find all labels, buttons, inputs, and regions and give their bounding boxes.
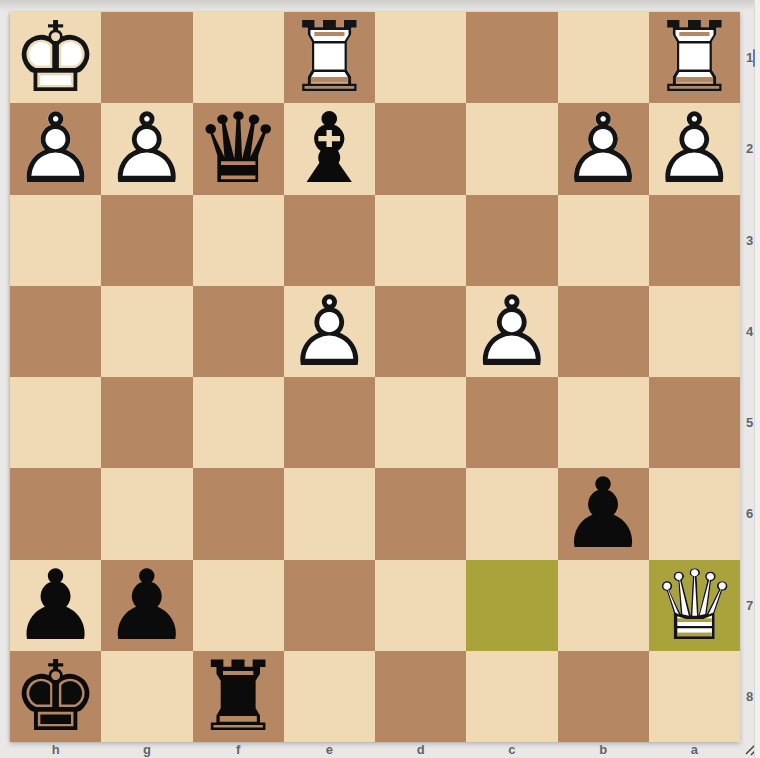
- square-h3[interactable]: [10, 195, 101, 286]
- piece-black-pawn-b6[interactable]: ♟: [558, 468, 649, 559]
- square-b1[interactable]: [558, 12, 649, 103]
- square-d1[interactable]: [375, 12, 466, 103]
- square-f2[interactable]: ♛: [193, 103, 284, 194]
- square-g2[interactable]: ♟♙: [101, 103, 192, 194]
- square-f6[interactable]: [193, 468, 284, 559]
- square-c5[interactable]: [466, 377, 557, 468]
- square-f4[interactable]: [193, 286, 284, 377]
- piece-outline-glyph: ♖: [649, 12, 740, 103]
- scrollbar-thumb[interactable]: [753, 49, 755, 67]
- square-f5[interactable]: [193, 377, 284, 468]
- square-b2[interactable]: ♟♙: [558, 103, 649, 194]
- piece-fill-glyph: ♟: [10, 103, 101, 194]
- square-h1[interactable]: ♚♔: [10, 12, 101, 103]
- piece-white-queen-a7[interactable]: ♛♕: [649, 560, 740, 651]
- file-label-h: h: [10, 741, 101, 758]
- square-g1[interactable]: [101, 12, 192, 103]
- file-label-f: f: [193, 741, 284, 758]
- piece-black-bishop-e2[interactable]: ♝: [284, 103, 375, 194]
- square-d2[interactable]: [375, 103, 466, 194]
- piece-solid-glyph: ♟: [558, 468, 649, 559]
- square-h8[interactable]: ♚: [10, 651, 101, 742]
- square-f7[interactable]: [193, 560, 284, 651]
- file-label-b: b: [558, 741, 649, 758]
- piece-outline-glyph: ♙: [558, 103, 649, 194]
- piece-solid-glyph: ♚: [10, 651, 101, 742]
- file-label-e: e: [284, 741, 375, 758]
- square-c6[interactable]: [466, 468, 557, 559]
- piece-solid-glyph: ♟: [10, 560, 101, 651]
- square-f3[interactable]: [193, 195, 284, 286]
- piece-solid-glyph: ♛: [193, 103, 284, 194]
- square-d6[interactable]: [375, 468, 466, 559]
- piece-white-pawn-h2[interactable]: ♟♙: [10, 103, 101, 194]
- piece-white-pawn-c4[interactable]: ♟♙: [466, 286, 557, 377]
- window-top-shade: [0, 0, 760, 11]
- square-g4[interactable]: [101, 286, 192, 377]
- piece-black-rook-f8[interactable]: ♜: [193, 651, 284, 742]
- square-c3[interactable]: [466, 195, 557, 286]
- piece-outline-glyph: ♙: [284, 286, 375, 377]
- piece-black-pawn-h7[interactable]: ♟: [10, 560, 101, 651]
- square-d4[interactable]: [375, 286, 466, 377]
- square-c4[interactable]: ♟♙: [466, 286, 557, 377]
- file-label-c: c: [466, 741, 557, 758]
- piece-outline-glyph: ♔: [10, 12, 101, 103]
- piece-fill-glyph: ♟: [101, 103, 192, 194]
- piece-fill-glyph: ♟: [284, 286, 375, 377]
- square-c1[interactable]: [466, 12, 557, 103]
- square-e3[interactable]: [284, 195, 375, 286]
- piece-white-pawn-a2[interactable]: ♟♙: [649, 103, 740, 194]
- piece-white-pawn-e4[interactable]: ♟♙: [284, 286, 375, 377]
- square-b5[interactable]: [558, 377, 649, 468]
- piece-solid-glyph: ♝: [284, 103, 375, 194]
- piece-solid-glyph: ♟: [101, 560, 192, 651]
- square-h4[interactable]: [10, 286, 101, 377]
- square-b3[interactable]: [558, 195, 649, 286]
- piece-white-pawn-g2[interactable]: ♟♙: [101, 103, 192, 194]
- chess-board[interactable]: ♚♔♜♖♜♖♟♙♟♙♛♝♟♙♟♙♟♙♟♙♟♟♟♛♕♚♜: [10, 12, 740, 742]
- square-b4[interactable]: [558, 286, 649, 377]
- file-coordinates: hgfedcba: [10, 741, 740, 758]
- square-g8[interactable]: [101, 651, 192, 742]
- square-a2[interactable]: ♟♙: [649, 103, 740, 194]
- square-c7[interactable]: [466, 560, 557, 651]
- piece-black-queen-f2[interactable]: ♛: [193, 103, 284, 194]
- piece-outline-glyph: ♙: [466, 286, 557, 377]
- piece-solid-glyph: ♜: [193, 651, 284, 742]
- square-b8[interactable]: [558, 651, 649, 742]
- piece-fill-glyph: ♟: [466, 286, 557, 377]
- piece-black-pawn-g7[interactable]: ♟: [101, 560, 192, 651]
- piece-fill-glyph: ♛: [649, 560, 740, 651]
- piece-fill-glyph: ♚: [10, 12, 101, 103]
- square-h7[interactable]: ♟: [10, 560, 101, 651]
- square-g6[interactable]: [101, 468, 192, 559]
- square-b7[interactable]: [558, 560, 649, 651]
- square-a6[interactable]: [649, 468, 740, 559]
- piece-white-king-h1[interactable]: ♚♔: [10, 12, 101, 103]
- file-label-d: d: [375, 741, 466, 758]
- square-d8[interactable]: [375, 651, 466, 742]
- square-a5[interactable]: [649, 377, 740, 468]
- square-c2[interactable]: [466, 103, 557, 194]
- piece-white-rook-e1[interactable]: ♜♖: [284, 12, 375, 103]
- file-label-a: a: [649, 741, 740, 758]
- square-h2[interactable]: ♟♙: [10, 103, 101, 194]
- square-h6[interactable]: [10, 468, 101, 559]
- square-g5[interactable]: [101, 377, 192, 468]
- square-d7[interactable]: [375, 560, 466, 651]
- square-e4[interactable]: ♟♙: [284, 286, 375, 377]
- square-a3[interactable]: [649, 195, 740, 286]
- file-label-g: g: [101, 741, 192, 758]
- piece-fill-glyph: ♜: [284, 12, 375, 103]
- square-e2[interactable]: ♝: [284, 103, 375, 194]
- square-d5[interactable]: [375, 377, 466, 468]
- square-d3[interactable]: [375, 195, 466, 286]
- square-c8[interactable]: [466, 651, 557, 742]
- square-e1[interactable]: ♜♖: [284, 12, 375, 103]
- piece-fill-glyph: ♟: [558, 103, 649, 194]
- square-f1[interactable]: [193, 12, 284, 103]
- piece-outline-glyph: ♙: [101, 103, 192, 194]
- piece-black-king-h8[interactable]: ♚: [10, 651, 101, 742]
- piece-white-pawn-b2[interactable]: ♟♙: [558, 103, 649, 194]
- square-a4[interactable]: [649, 286, 740, 377]
- square-f8[interactable]: ♜: [193, 651, 284, 742]
- piece-white-rook-a1[interactable]: ♜♖: [649, 12, 740, 103]
- piece-fill-glyph: ♜: [649, 12, 740, 103]
- scrollbar-track[interactable]: [754, 0, 760, 758]
- piece-outline-glyph: ♙: [10, 103, 101, 194]
- square-e5[interactable]: [284, 377, 375, 468]
- square-h5[interactable]: [10, 377, 101, 468]
- piece-outline-glyph: ♙: [649, 103, 740, 194]
- square-e7[interactable]: [284, 560, 375, 651]
- square-a8[interactable]: [649, 651, 740, 742]
- piece-outline-glyph: ♕: [649, 560, 740, 651]
- square-a7[interactable]: ♛♕: [649, 560, 740, 651]
- square-a1[interactable]: ♜♖: [649, 12, 740, 103]
- square-g7[interactable]: ♟: [101, 560, 192, 651]
- piece-fill-glyph: ♟: [649, 103, 740, 194]
- square-b6[interactable]: ♟: [558, 468, 649, 559]
- square-g3[interactable]: [101, 195, 192, 286]
- square-e8[interactable]: [284, 651, 375, 742]
- piece-outline-glyph: ♖: [284, 12, 375, 103]
- square-e6[interactable]: [284, 468, 375, 559]
